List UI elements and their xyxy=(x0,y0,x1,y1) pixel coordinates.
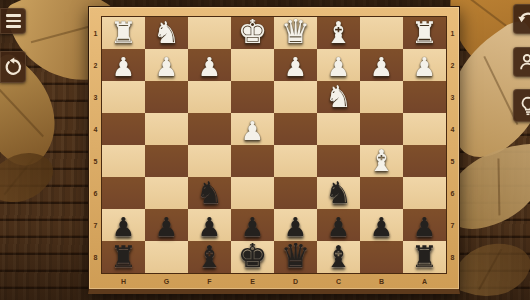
file-label: C xyxy=(317,273,360,289)
white-pawn[interactable]: ♟ xyxy=(112,54,135,80)
square-g5[interactable] xyxy=(145,145,188,177)
square-e6[interactable] xyxy=(231,177,274,209)
file-label: E xyxy=(231,273,274,289)
square-f3[interactable] xyxy=(188,81,231,113)
undo-button[interactable] xyxy=(513,4,530,34)
white-bishop[interactable]: ♝ xyxy=(368,146,395,176)
black-pawn[interactable]: ♟ xyxy=(112,214,135,240)
white-pawn[interactable]: ♟ xyxy=(241,118,264,144)
square-e1[interactable]: ♚ xyxy=(231,17,274,49)
square-h4[interactable] xyxy=(102,113,145,145)
rank-label: 2 xyxy=(89,49,102,81)
square-h7[interactable]: ♟ xyxy=(102,209,145,241)
square-h5[interactable] xyxy=(102,145,145,177)
white-pawn[interactable]: ♟ xyxy=(327,54,350,80)
square-a8[interactable]: ♜ xyxy=(403,241,446,273)
player-icon xyxy=(517,51,530,73)
square-c6[interactable]: ♞ xyxy=(317,177,360,209)
square-h2[interactable]: ♟ xyxy=(102,49,145,81)
file-label: A xyxy=(403,273,446,289)
frame-corner xyxy=(89,7,102,17)
rank-label: 3 xyxy=(89,81,102,113)
square-f1[interactable] xyxy=(188,17,231,49)
square-d8[interactable]: ♛ xyxy=(274,241,317,273)
rank-label: 2 xyxy=(446,49,459,81)
white-rook[interactable]: ♜ xyxy=(110,18,137,48)
rank-label: 7 xyxy=(446,209,459,241)
restart-button[interactable] xyxy=(0,51,26,83)
square-e2[interactable] xyxy=(231,49,274,81)
black-king[interactable]: ♚ xyxy=(238,239,268,272)
square-c1[interactable]: ♝ xyxy=(317,17,360,49)
lightbulb-icon xyxy=(517,95,530,117)
white-knight[interactable]: ♞ xyxy=(325,82,352,112)
square-g3[interactable] xyxy=(145,81,188,113)
frame-corner xyxy=(446,273,459,289)
file-label: B xyxy=(360,273,403,289)
rank-label: 6 xyxy=(446,177,459,209)
square-b8[interactable] xyxy=(360,241,403,273)
square-g4[interactable] xyxy=(145,113,188,145)
square-b2[interactable]: ♟ xyxy=(360,49,403,81)
white-bishop[interactable]: ♝ xyxy=(325,18,352,48)
opponent-button[interactable] xyxy=(513,47,530,77)
square-e8[interactable]: ♚ xyxy=(231,241,274,273)
square-g6[interactable] xyxy=(145,177,188,209)
square-a2[interactable]: ♟ xyxy=(403,49,446,81)
white-pawn[interactable]: ♟ xyxy=(413,54,436,80)
frame-corner xyxy=(89,273,102,289)
square-b6[interactable] xyxy=(360,177,403,209)
square-b7[interactable]: ♟ xyxy=(360,209,403,241)
square-b1[interactable] xyxy=(360,17,403,49)
rank-label: 5 xyxy=(89,145,102,177)
square-c8[interactable]: ♝ xyxy=(317,241,360,273)
square-f6[interactable]: ♞ xyxy=(188,177,231,209)
square-g8[interactable] xyxy=(145,241,188,273)
square-h3[interactable] xyxy=(102,81,145,113)
black-bishop[interactable]: ♝ xyxy=(325,242,352,272)
square-f4[interactable] xyxy=(188,113,231,145)
hamburger-icon xyxy=(6,14,21,28)
rank-label: 8 xyxy=(446,241,459,273)
leaf-decoration-7 xyxy=(449,230,530,300)
rank-label: 6 xyxy=(89,177,102,209)
square-a7[interactable]: ♟ xyxy=(403,209,446,241)
rank-label: 8 xyxy=(89,241,102,273)
white-pawn[interactable]: ♟ xyxy=(284,54,307,80)
square-b4[interactable] xyxy=(360,113,403,145)
white-king[interactable]: ♚ xyxy=(238,15,268,48)
file-label: F xyxy=(188,273,231,289)
white-knight[interactable]: ♞ xyxy=(153,18,180,48)
square-f2[interactable]: ♟ xyxy=(188,49,231,81)
file-label: D xyxy=(274,273,317,289)
square-d6[interactable] xyxy=(274,177,317,209)
frame-corner xyxy=(446,7,459,17)
square-b3[interactable] xyxy=(360,81,403,113)
black-bishop[interactable]: ♝ xyxy=(196,242,223,272)
black-rook[interactable]: ♜ xyxy=(411,242,438,272)
black-pawn[interactable]: ♟ xyxy=(413,214,436,240)
white-pawn[interactable]: ♟ xyxy=(198,54,221,80)
square-e5[interactable] xyxy=(231,145,274,177)
rank-label: 1 xyxy=(89,17,102,49)
rank-label: 4 xyxy=(446,113,459,145)
square-a3[interactable] xyxy=(403,81,446,113)
white-pawn[interactable]: ♟ xyxy=(155,54,178,80)
square-d4[interactable] xyxy=(274,113,317,145)
square-f5[interactable] xyxy=(188,145,231,177)
square-e3[interactable] xyxy=(231,81,274,113)
rank-label: 4 xyxy=(89,113,102,145)
square-g1[interactable]: ♞ xyxy=(145,17,188,49)
black-pawn[interactable]: ♟ xyxy=(327,214,350,240)
frame-top xyxy=(360,7,403,17)
black-knight[interactable]: ♞ xyxy=(196,178,223,208)
square-c3[interactable]: ♞ xyxy=(317,81,360,113)
square-c5[interactable] xyxy=(317,145,360,177)
black-queen[interactable]: ♛ xyxy=(281,239,311,272)
square-h8[interactable]: ♜ xyxy=(102,241,145,273)
square-d2[interactable]: ♟ xyxy=(274,49,317,81)
square-a5[interactable] xyxy=(403,145,446,177)
menu-button[interactable] xyxy=(0,8,26,34)
black-rook[interactable]: ♜ xyxy=(110,242,137,272)
square-a1[interactable]: ♜ xyxy=(403,17,446,49)
square-c7[interactable]: ♟ xyxy=(317,209,360,241)
square-h6[interactable] xyxy=(102,177,145,209)
frame-top xyxy=(188,7,231,17)
square-d5[interactable] xyxy=(274,145,317,177)
black-knight[interactable]: ♞ xyxy=(325,178,352,208)
rank-label: 7 xyxy=(89,209,102,241)
square-f8[interactable]: ♝ xyxy=(188,241,231,273)
square-d3[interactable] xyxy=(274,81,317,113)
square-d1[interactable]: ♛ xyxy=(274,17,317,49)
square-h1[interactable]: ♜ xyxy=(102,17,145,49)
square-g7[interactable]: ♟ xyxy=(145,209,188,241)
white-rook[interactable]: ♜ xyxy=(411,18,438,48)
file-label: G xyxy=(145,273,188,289)
square-c2[interactable]: ♟ xyxy=(317,49,360,81)
black-pawn[interactable]: ♟ xyxy=(370,214,393,240)
undo-arrow-icon xyxy=(517,8,530,30)
white-queen[interactable]: ♛ xyxy=(281,15,311,48)
white-pawn[interactable]: ♟ xyxy=(370,54,393,80)
chess-board: 1♜♞♚♛♝♜12♟♟♟♟♟♟♟23♞34♟45♝56♞♞67♟♟♟♟♟♟♟♟7… xyxy=(88,6,460,294)
black-pawn[interactable]: ♟ xyxy=(155,214,178,240)
square-c4[interactable] xyxy=(317,113,360,145)
rank-label: 1 xyxy=(446,17,459,49)
square-b5[interactable]: ♝ xyxy=(360,145,403,177)
square-a6[interactable] xyxy=(403,177,446,209)
square-e4[interactable]: ♟ xyxy=(231,113,274,145)
file-label: H xyxy=(102,273,145,289)
rank-label: 3 xyxy=(446,81,459,113)
restart-circular-arrow-icon xyxy=(3,57,23,77)
square-a4[interactable] xyxy=(403,113,446,145)
square-f7[interactable]: ♟ xyxy=(188,209,231,241)
rank-label: 5 xyxy=(446,145,459,177)
square-g2[interactable]: ♟ xyxy=(145,49,188,81)
black-pawn[interactable]: ♟ xyxy=(198,214,221,240)
hint-button[interactable] xyxy=(513,89,530,122)
